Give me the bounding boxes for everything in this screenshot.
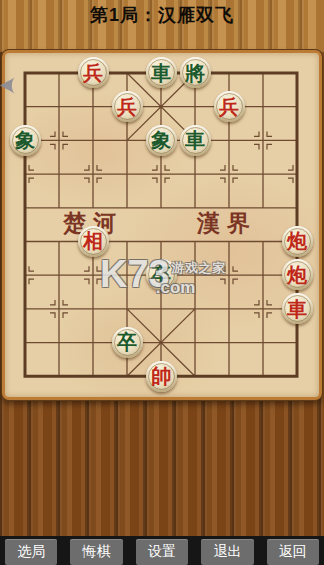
red-elephant[interactable]: 相 bbox=[78, 226, 109, 257]
red-general[interactable]: 帥 bbox=[146, 361, 177, 392]
piece-glyph: 象 bbox=[151, 130, 171, 150]
piece-glyph: 炮 bbox=[287, 265, 307, 285]
red-cannon[interactable]: 炮 bbox=[282, 226, 313, 257]
piece-glyph: 車 bbox=[185, 130, 205, 150]
piece-glyph: 卒 bbox=[117, 332, 137, 352]
undo-move-button[interactable]: 悔棋 bbox=[70, 539, 122, 565]
red-soldier[interactable]: 兵 bbox=[112, 91, 143, 122]
black-general[interactable]: 將 bbox=[180, 57, 211, 88]
red-chariot[interactable]: 車 bbox=[282, 293, 313, 324]
piece-glyph: 象 bbox=[15, 130, 35, 150]
select-game-button[interactable]: 选局 bbox=[5, 539, 57, 565]
black-soldier[interactable]: 卒 bbox=[112, 327, 143, 358]
piece-glyph: 帥 bbox=[151, 366, 171, 386]
piece-glyph: 卒 bbox=[151, 265, 171, 285]
page-title: 第1局：汉雁双飞 bbox=[0, 3, 324, 27]
xiangqi-board[interactable]: 楚河 漢界 兵車將兵兵象象車相炮卒炮車卒帥 bbox=[2, 50, 322, 400]
black-elephant[interactable]: 象 bbox=[10, 125, 41, 156]
black-elephant[interactable]: 象 bbox=[146, 125, 177, 156]
piece-glyph: 兵 bbox=[117, 97, 137, 117]
red-soldier[interactable]: 兵 bbox=[78, 57, 109, 88]
piece-glyph: 車 bbox=[151, 63, 171, 83]
exit-button[interactable]: 退出 bbox=[201, 539, 253, 565]
red-cannon[interactable]: 炮 bbox=[282, 259, 313, 290]
piece-grid: 兵車將兵兵象象車相炮卒炮車卒帥 bbox=[8, 56, 314, 393]
piece-glyph: 兵 bbox=[219, 97, 239, 117]
red-soldier[interactable]: 兵 bbox=[214, 91, 245, 122]
black-chariot[interactable]: 車 bbox=[180, 125, 211, 156]
piece-glyph: 車 bbox=[287, 299, 307, 319]
piece-glyph: 兵 bbox=[83, 63, 103, 83]
piece-glyph: 相 bbox=[83, 231, 103, 251]
piece-glyph: 炮 bbox=[287, 231, 307, 251]
piece-glyph: 將 bbox=[185, 63, 205, 83]
app-screen: 第1局：汉雁双飞 楚河 漢界 兵車將兵兵象象車相炮卒炮車卒帥 K73 游戏之家 … bbox=[0, 0, 324, 565]
black-soldier[interactable]: 卒 bbox=[146, 259, 177, 290]
back-button[interactable]: 返回 bbox=[267, 539, 319, 565]
black-chariot[interactable]: 車 bbox=[146, 57, 177, 88]
settings-button[interactable]: 设置 bbox=[136, 539, 188, 565]
side-handle-arrow-icon[interactable] bbox=[0, 76, 16, 95]
bottom-toolbar: 选局 悔棋 设置 退出 返回 bbox=[0, 536, 324, 565]
